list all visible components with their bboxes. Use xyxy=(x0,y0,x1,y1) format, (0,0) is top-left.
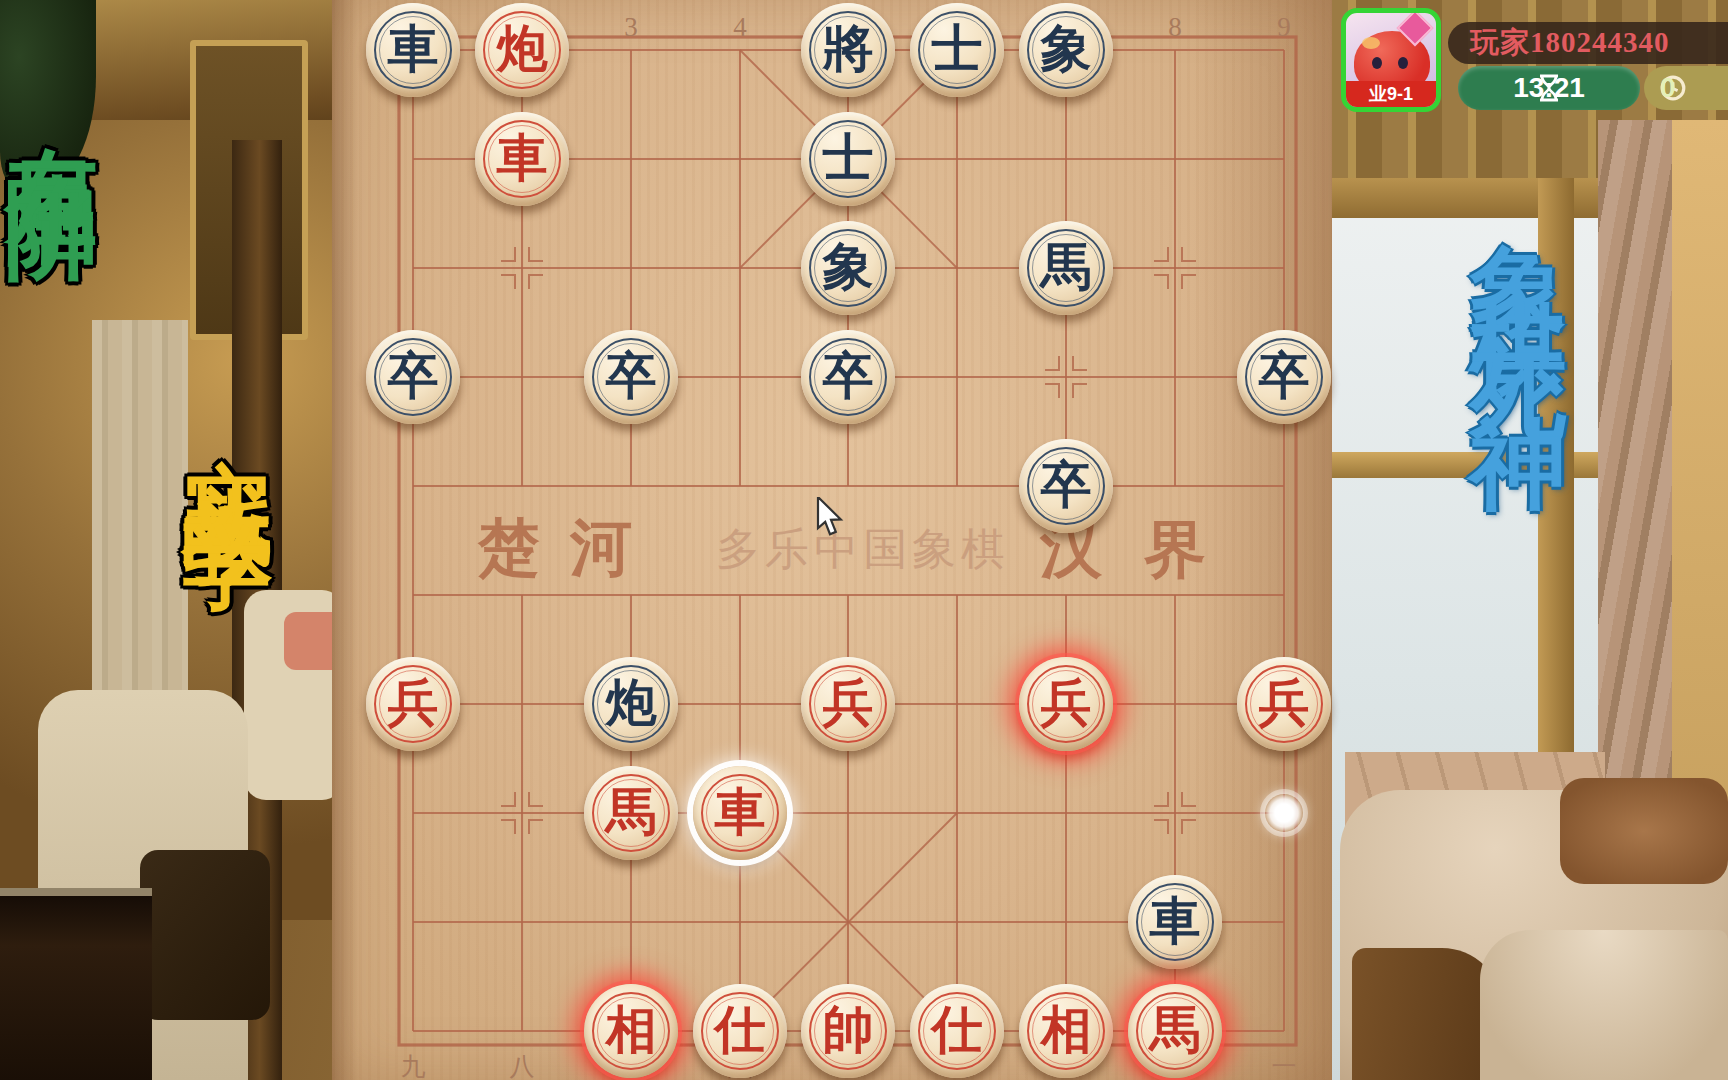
bottom-col-label: 九 xyxy=(393,1050,433,1080)
piece-red-horse[interactable]: 馬 xyxy=(584,766,678,860)
piece-character: 車 xyxy=(497,133,548,184)
piece-black-cannon[interactable]: 炮 xyxy=(584,657,678,751)
piece-black-soldier[interactable]: 卒 xyxy=(584,330,678,424)
top-col-label: 4 xyxy=(720,12,760,43)
game-screen: 楚河 汉界 多乐中国象棋 123456789九八七六五四三二一 車炮將士象車士象… xyxy=(0,0,1728,1080)
bottom-col-label: 八 xyxy=(502,1050,542,1080)
piece-black-advisor[interactable]: 士 xyxy=(801,112,895,206)
piece-black-advisor[interactable]: 士 xyxy=(910,3,1004,97)
piece-red-chariot[interactable]: 車 xyxy=(693,766,787,860)
piece-character: 車 xyxy=(715,787,766,838)
piece-black-soldier[interactable]: 卒 xyxy=(366,330,460,424)
piece-character: 相 xyxy=(606,1005,657,1056)
piece-red-advisor[interactable]: 仕 xyxy=(693,984,787,1078)
piece-black-soldier[interactable]: 卒 xyxy=(801,330,895,424)
mouse-cursor xyxy=(816,497,850,537)
piece-character: 士 xyxy=(932,24,983,75)
piece-black-elephant[interactable]: 象 xyxy=(801,221,895,315)
piece-character: 車 xyxy=(388,24,439,75)
last-move-origin-marker xyxy=(1265,794,1303,832)
piece-character: 炮 xyxy=(497,24,548,75)
piece-black-soldier[interactable]: 卒 xyxy=(1237,330,1331,424)
game-timer: 13:21 xyxy=(1458,66,1640,110)
piece-character: 士 xyxy=(823,133,874,184)
piece-character: 仕 xyxy=(715,1005,766,1056)
piece-black-chariot[interactable]: 車 xyxy=(1128,875,1222,969)
player-id-bar: 玩家180244340 xyxy=(1448,22,1728,64)
piece-black-chariot[interactable]: 車 xyxy=(366,3,460,97)
piece-character: 兵 xyxy=(388,678,439,729)
piece-black-general[interactable]: 將 xyxy=(801,3,895,97)
timer-text: 13:21 xyxy=(1513,72,1585,104)
player-id-text: 玩家180244340 xyxy=(1470,23,1670,63)
avatar-monster-eye xyxy=(1372,57,1382,69)
piece-character: 卒 xyxy=(606,351,657,402)
top-col-label: 8 xyxy=(1155,12,1195,43)
piece-black-soldier[interactable]: 卒 xyxy=(1019,439,1113,533)
piece-red-soldier[interactable]: 兵 xyxy=(1237,657,1331,751)
avatar-monster-spot xyxy=(1362,37,1380,49)
piece-red-cannon[interactable]: 炮 xyxy=(475,3,569,97)
top-col-label: 3 xyxy=(611,12,651,43)
banner-practical-teaching: 实战教学 xyxy=(166,384,288,472)
piece-red-chariot[interactable]: 車 xyxy=(475,112,569,206)
piece-black-horse[interactable]: 馬 xyxy=(1019,221,1113,315)
move-clock: 0 xyxy=(1644,66,1728,110)
piece-red-horse[interactable]: 馬 xyxy=(1128,984,1222,1078)
piece-character: 卒 xyxy=(388,351,439,402)
piece-red-advisor[interactable]: 仕 xyxy=(910,984,1004,1078)
avatar-monster-eye xyxy=(1398,57,1408,69)
banner-chess-death-god: 象棋死神 xyxy=(1452,166,1583,390)
piece-character: 帥 xyxy=(823,1005,874,1056)
piece-red-soldier[interactable]: 兵 xyxy=(801,657,895,751)
bottom-col-label: 一 xyxy=(1264,1050,1304,1080)
piece-character: 相 xyxy=(1041,1005,1092,1056)
piece-character: 兵 xyxy=(823,678,874,729)
piece-character: 兵 xyxy=(1041,678,1092,729)
piece-character: 象 xyxy=(1041,24,1092,75)
piece-red-elephant[interactable]: 相 xyxy=(1019,984,1113,1078)
banner-opening-traps: 布局陷阱 xyxy=(0,72,114,132)
piece-character: 卒 xyxy=(1259,351,1310,402)
avatar-rank-badge: 业9-1 xyxy=(1346,81,1436,107)
piece-character: 象 xyxy=(823,242,874,293)
player-avatar[interactable]: 业9-1 xyxy=(1341,8,1441,112)
piece-character: 馬 xyxy=(1150,1005,1201,1056)
piece-red-elephant[interactable]: 相 xyxy=(584,984,678,1078)
piece-character: 馬 xyxy=(1041,242,1092,293)
piece-red-general[interactable]: 帥 xyxy=(801,984,895,1078)
piece-character: 卒 xyxy=(1041,460,1092,511)
piece-character: 馬 xyxy=(606,787,657,838)
piece-character: 卒 xyxy=(823,351,874,402)
piece-character: 車 xyxy=(1150,896,1201,947)
piece-character: 仕 xyxy=(932,1005,983,1056)
piece-red-soldier[interactable]: 兵 xyxy=(366,657,460,751)
top-col-label: 9 xyxy=(1264,12,1304,43)
piece-red-soldier[interactable]: 兵 xyxy=(1019,657,1113,751)
app-watermark: 多乐中国象棋 xyxy=(716,520,1010,579)
piece-character: 兵 xyxy=(1259,678,1310,729)
piece-black-elephant[interactable]: 象 xyxy=(1019,3,1113,97)
river-text-left: 楚河 xyxy=(478,506,662,590)
piece-character: 炮 xyxy=(606,678,657,729)
move-clock-text: 0 xyxy=(1660,72,1676,104)
piece-character: 將 xyxy=(823,24,874,75)
